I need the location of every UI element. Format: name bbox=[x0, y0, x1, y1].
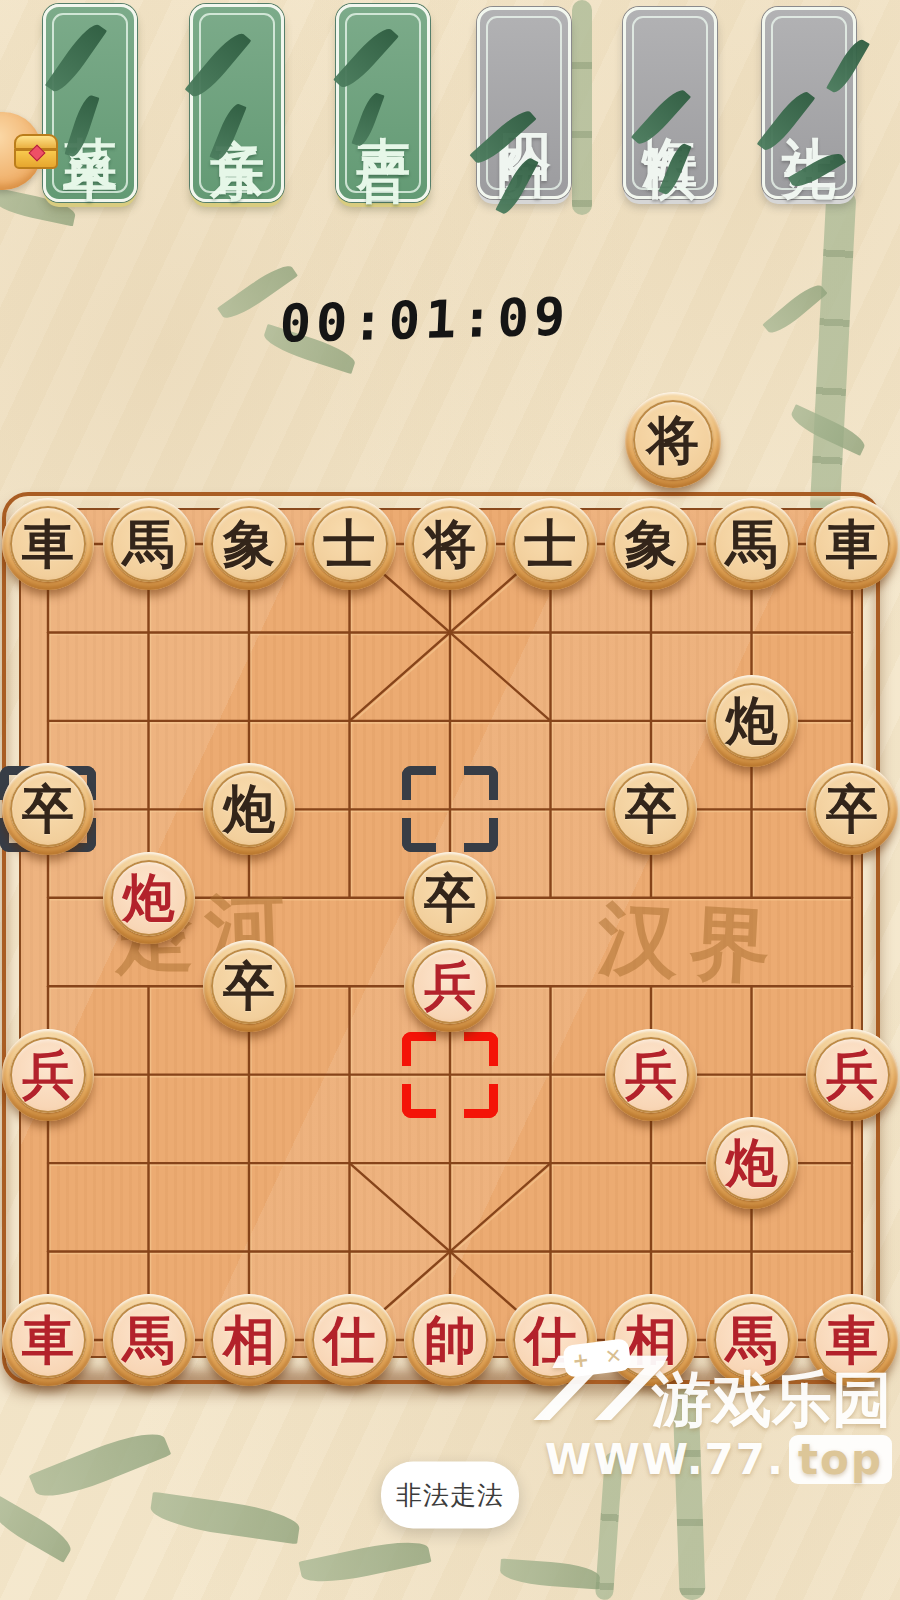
illegal-move-toast: 非法走法 bbox=[381, 1462, 519, 1529]
piece-red-兵[interactable]: 兵 bbox=[404, 940, 496, 1032]
piece-black-卒[interactable]: 卒 bbox=[806, 763, 898, 855]
bamboo-leaf bbox=[0, 1495, 76, 1563]
piece-red-炮[interactable]: 炮 bbox=[103, 852, 195, 944]
treasure-chest-icon bbox=[14, 134, 58, 170]
bamboo-leaf bbox=[762, 280, 827, 339]
piece-black-象[interactable]: 象 bbox=[203, 498, 295, 590]
piece-black-卒[interactable]: 卒 bbox=[605, 763, 697, 855]
piece-black-車[interactable]: 車 bbox=[2, 498, 94, 590]
level-button-label: 四阶 bbox=[497, 93, 551, 113]
piece-red-兵[interactable]: 兵 bbox=[2, 1029, 94, 1121]
piece-black-将[interactable]: 将 bbox=[404, 498, 496, 590]
piece-black-士[interactable]: 士 bbox=[505, 498, 597, 590]
piece-red-車[interactable]: 車 bbox=[2, 1294, 94, 1386]
piece-red-帥[interactable]: 帥 bbox=[404, 1294, 496, 1386]
river-label-right: 汉界 bbox=[595, 885, 784, 1002]
piece-red-相[interactable]: 相 bbox=[605, 1294, 697, 1386]
turn-indicator-piece: 将 bbox=[625, 392, 721, 488]
bamboo-stalk bbox=[572, 0, 592, 215]
game-screen: 菜单 音乐 声音 四阶 悔棋 让先 00:01:09 楚河 汉界 車馬象士将士象… bbox=[0, 0, 900, 1600]
piece-red-相[interactable]: 相 bbox=[203, 1294, 295, 1386]
piece-black-炮[interactable]: 炮 bbox=[203, 763, 295, 855]
treasure-chest-button[interactable] bbox=[0, 112, 42, 190]
piece-black-馬[interactable]: 馬 bbox=[103, 498, 195, 590]
piece-black-卒[interactable]: 卒 bbox=[404, 852, 496, 944]
piece-red-兵[interactable]: 兵 bbox=[806, 1029, 898, 1121]
piece-black-炮[interactable]: 炮 bbox=[706, 675, 798, 767]
bamboo-leaf bbox=[299, 1535, 432, 1589]
piece-red-車[interactable]: 車 bbox=[806, 1294, 898, 1386]
piece-black-士[interactable]: 士 bbox=[304, 498, 396, 590]
piece-red-炮[interactable]: 炮 bbox=[706, 1117, 798, 1209]
piece-red-馬[interactable]: 馬 bbox=[706, 1294, 798, 1386]
bamboo-leaf bbox=[499, 1559, 600, 1590]
piece-black-象[interactable]: 象 bbox=[605, 498, 697, 590]
bamboo-leaf bbox=[149, 1492, 302, 1545]
bamboo-stalk bbox=[672, 1388, 705, 1600]
piece-red-仕[interactable]: 仕 bbox=[304, 1294, 396, 1386]
watermark-url: WWW.77.top bbox=[528, 1435, 892, 1484]
bamboo-leaf bbox=[29, 1423, 172, 1507]
piece-black-馬[interactable]: 馬 bbox=[706, 498, 798, 590]
piece-red-兵[interactable]: 兵 bbox=[605, 1029, 697, 1121]
turn-indicator-char: 将 bbox=[647, 414, 699, 466]
piece-black-卒[interactable]: 卒 bbox=[2, 763, 94, 855]
piece-red-馬[interactable]: 馬 bbox=[103, 1294, 195, 1386]
game-timer: 00:01:09 bbox=[279, 286, 572, 354]
piece-black-卒[interactable]: 卒 bbox=[203, 940, 295, 1032]
bamboo-stalk bbox=[809, 187, 856, 518]
piece-black-車[interactable]: 車 bbox=[806, 498, 898, 590]
piece-red-仕[interactable]: 仕 bbox=[505, 1294, 597, 1386]
